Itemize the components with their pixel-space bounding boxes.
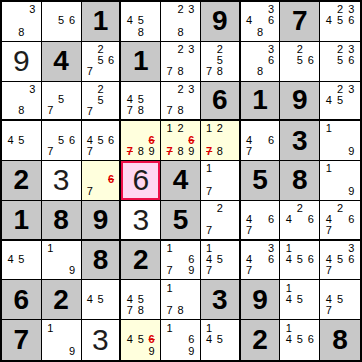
cell-r9c9[interactable]: 8 [320, 320, 360, 360]
empty-candidate-slot [214, 186, 225, 197]
candidate-grid: 2356 [320, 42, 360, 81]
empty-candidate-slot [255, 225, 266, 236]
empty-candidate-slot [45, 254, 56, 265]
given-digit: 6 [14, 286, 30, 314]
given-digit: 8 [332, 326, 348, 354]
cell-r5c9[interactable]: 19 [320, 161, 360, 201]
cell-r2c2[interactable]: 4 [42, 42, 82, 82]
candidate-grid: 256 [280, 42, 319, 81]
empty-candidate-slot [334, 282, 345, 293]
candidate-grid: 145 [201, 320, 239, 360]
candidate-grid: 38 [2, 82, 41, 120]
empty-candidate-slot [85, 123, 96, 134]
candidate-digit: 6 [67, 135, 78, 146]
candidate-digit: 3 [27, 84, 38, 95]
empty-candidate-slot [255, 265, 266, 276]
candidate-digit: 4 [283, 334, 294, 346]
solved-digit: 3 [53, 165, 70, 195]
solved-digit: 9 [13, 46, 30, 76]
empty-candidate-slot [214, 322, 225, 334]
empty-candidate-slot [255, 15, 266, 26]
candidate-digit: 7 [164, 265, 175, 276]
candidate-grid: 246 [280, 201, 319, 239]
empty-candidate-slot [164, 334, 175, 346]
candidate-digit: 8 [16, 105, 27, 116]
empty-candidate-slot [45, 27, 56, 38]
cell-r4c7[interactable]: 467 [241, 121, 281, 161]
empty-candidate-slot [283, 345, 294, 357]
empty-candidate-slot [255, 4, 266, 15]
candidate-digit: 5 [56, 94, 67, 105]
candidate-digit: 5 [334, 294, 345, 305]
empty-candidate-slot [346, 282, 357, 293]
candidate-digit: 2 [175, 44, 186, 55]
empty-candidate-slot [334, 123, 345, 134]
cell-r9c5[interactable]: 169 [161, 320, 201, 360]
candidate-digit: 6 [266, 254, 277, 265]
candidate-digit: 9 [67, 265, 78, 276]
cell-r3c9[interactable]: 2345 [320, 82, 360, 122]
empty-candidate-slot [135, 345, 146, 357]
cell-r6c4[interactable]: 3 [121, 201, 161, 241]
empty-candidate-slot [334, 186, 345, 197]
cell-r4c5[interactable]: 126789 [161, 121, 201, 161]
cell-r1c7[interactable]: 3468 [241, 2, 281, 42]
candidate-digit: 4 [244, 214, 255, 225]
empty-candidate-slot [334, 174, 345, 185]
empty-candidate-slot [186, 66, 197, 77]
candidate-digit: 4 [323, 15, 334, 26]
candidate-digit: 5 [95, 135, 106, 146]
candidate-digit: 2 [334, 84, 345, 95]
candidate-digit: 7 [244, 265, 255, 276]
candidate-digit: 5 [334, 15, 345, 26]
cell-r2c8[interactable]: 256 [280, 42, 320, 82]
empty-candidate-slot [95, 106, 106, 117]
given-digit: 8 [53, 206, 69, 234]
candidate-digit: 5 [294, 334, 305, 346]
candidate-digit: 3 [346, 84, 357, 95]
given-digit: 4 [173, 166, 189, 194]
empty-candidate-slot [67, 123, 78, 134]
eliminated-candidate-digit: 6 [146, 334, 157, 346]
candidate-digit: 9 [186, 345, 197, 357]
empty-candidate-slot [346, 95, 357, 106]
empty-candidate-slot [106, 66, 117, 77]
candidate-digit: 5 [95, 294, 106, 305]
candidate-digit: 8 [255, 27, 266, 38]
given-digit: 2 [252, 326, 268, 354]
cell-r2c3[interactable]: 2567 [82, 42, 122, 82]
cell-r4c1[interactable]: 45 [2, 121, 42, 161]
cell-r1c9[interactable]: 23456 [320, 2, 360, 42]
cell-r6c2[interactable]: 8 [42, 201, 82, 241]
candidate-digit: 5 [135, 15, 146, 26]
empty-candidate-slot [255, 123, 266, 134]
candidate-digit: 7 [45, 105, 56, 116]
empty-candidate-slot [67, 105, 78, 116]
candidate-digit: 1 [45, 322, 56, 334]
cell-r5c8[interactable]: 8 [280, 161, 320, 201]
candidate-digit: 8 [175, 105, 186, 116]
empty-candidate-slot [294, 322, 305, 334]
empty-candidate-slot [106, 305, 117, 316]
cell-r7c1[interactable]: 45 [2, 241, 42, 281]
cell-r8c3[interactable]: 45 [82, 280, 122, 320]
cell-r3c5[interactable]: 2378 [161, 82, 201, 122]
cell-r4c3[interactable]: 4567 [82, 121, 122, 161]
empty-candidate-slot [334, 265, 345, 276]
empty-candidate-slot [323, 84, 334, 95]
empty-candidate-slot [27, 265, 38, 276]
empty-candidate-slot [27, 105, 38, 116]
candidate-digit: 5 [294, 254, 305, 265]
cell-r6c3[interactable]: 9 [82, 201, 122, 241]
candidate-digit: 8 [135, 105, 146, 116]
empty-candidate-slot [146, 105, 157, 116]
empty-candidate-slot [283, 44, 294, 55]
candidate-grid: 19 [42, 320, 81, 360]
candidate-grid: 6789 [121, 121, 160, 160]
cell-r3c1[interactable]: 38 [2, 82, 42, 122]
candidate-digit: 9 [67, 345, 78, 357]
candidate-digit: 5 [56, 135, 67, 146]
cell-r1c2[interactable]: 56 [42, 2, 82, 42]
candidate-grid: 567 [42, 121, 81, 160]
empty-candidate-slot [305, 282, 316, 293]
empty-candidate-slot [106, 146, 117, 157]
cell-r3c6[interactable]: 6 [201, 82, 241, 122]
empty-candidate-slot [225, 345, 236, 357]
cell-r3c4[interactable]: 4578 [121, 82, 161, 122]
empty-candidate-slot [27, 15, 38, 26]
empty-candidate-slot [323, 282, 334, 293]
cell-r4c4[interactable]: 6789 [121, 121, 161, 161]
given-digit: 1 [14, 206, 30, 234]
candidate-digit: 1 [45, 243, 56, 254]
empty-candidate-slot [175, 322, 186, 334]
empty-candidate-slot [244, 123, 255, 134]
candidate-grid: 467 [241, 201, 280, 239]
candidate-digit: 6 [106, 135, 117, 146]
cell-r6c8[interactable]: 246 [280, 201, 320, 241]
empty-candidate-slot [146, 282, 157, 293]
cell-r3c8[interactable]: 9 [280, 82, 320, 122]
candidate-grid: 457 [320, 280, 360, 319]
cell-r6c7[interactable]: 467 [241, 201, 281, 241]
candidate-digit: 1 [204, 123, 215, 134]
cell-r9c8[interactable]: 1456 [280, 320, 320, 360]
empty-candidate-slot [225, 186, 236, 197]
candidate-digit: 5 [334, 55, 345, 66]
empty-candidate-slot [294, 265, 305, 276]
cell-r2c1[interactable]: 9 [2, 42, 42, 82]
given-digit: 1 [93, 7, 109, 35]
cell-r8c6[interactable]: 3 [201, 280, 241, 320]
cell-r5c7[interactable]: 5 [241, 161, 281, 201]
candidate-digit: 2 [294, 203, 305, 214]
cell-r1c4[interactable]: 458 [121, 2, 161, 42]
candidate-digit: 9 [346, 186, 357, 197]
candidate-digit: 7 [323, 305, 334, 316]
empty-candidate-slot [186, 282, 197, 293]
empty-candidate-slot [323, 55, 334, 66]
candidate-digit: 7 [164, 305, 175, 316]
empty-candidate-slot [225, 44, 236, 55]
cell-r7c7[interactable]: 3467 [241, 241, 281, 281]
empty-candidate-slot [244, 55, 255, 66]
empty-candidate-slot [106, 95, 117, 106]
empty-candidate-slot [67, 243, 78, 254]
candidate-grid: 57 [42, 82, 81, 120]
empty-candidate-slot [95, 146, 106, 157]
eliminated-candidate-digit: 7 [124, 146, 135, 157]
empty-candidate-slot [67, 146, 78, 157]
candidate-digit: 8 [255, 66, 266, 77]
cell-r5c3[interactable]: 67 [82, 161, 122, 201]
cell-r3c7[interactable]: 1 [241, 82, 281, 122]
candidate-digit: 7 [85, 106, 96, 117]
candidate-grid: 34567 [320, 241, 360, 280]
empty-candidate-slot [294, 225, 305, 236]
solved-digit: 3 [92, 325, 109, 355]
candidate-digit: 7 [124, 305, 135, 316]
empty-candidate-slot [323, 174, 334, 185]
cell-r7c5[interactable]: 1679 [161, 241, 201, 281]
empty-candidate-slot [85, 95, 96, 106]
empty-candidate-slot [95, 123, 106, 134]
empty-candidate-slot [266, 66, 277, 77]
cell-r9c4[interactable]: 4569 [121, 320, 161, 360]
empty-candidate-slot [186, 105, 197, 116]
candidate-digit: 2 [175, 84, 186, 95]
empty-candidate-slot [186, 305, 197, 316]
empty-candidate-slot [334, 225, 345, 236]
empty-candidate-slot [27, 254, 38, 265]
empty-candidate-slot [323, 66, 334, 77]
empty-candidate-slot [124, 282, 135, 293]
cell-r9c1[interactable]: 7 [2, 320, 42, 360]
empty-candidate-slot [225, 135, 236, 146]
cell-r2c5[interactable]: 2378 [161, 42, 201, 82]
cell-r3c2[interactable]: 57 [42, 82, 82, 122]
given-digit: 7 [14, 326, 30, 354]
cell-r2c9[interactable]: 2356 [320, 42, 360, 82]
empty-candidate-slot [294, 66, 305, 77]
empty-candidate-slot [67, 322, 78, 334]
cell-r7c3[interactable]: 8 [82, 241, 122, 281]
cell-r6c5[interactable]: 5 [161, 201, 201, 241]
empty-candidate-slot [56, 265, 67, 276]
cell-r8c8[interactable]: 145 [280, 280, 320, 320]
cell-r7c8[interactable]: 1456 [280, 241, 320, 281]
candidate-grid: 3468 [241, 2, 280, 41]
empty-candidate-slot [346, 174, 357, 185]
cell-r1c3[interactable]: 1 [82, 2, 122, 42]
empty-candidate-slot [146, 94, 157, 105]
cell-r6c1[interactable]: 1 [2, 201, 42, 241]
empty-candidate-slot [124, 27, 135, 38]
empty-candidate-slot [186, 95, 197, 106]
cell-r9c3[interactable]: 3 [82, 320, 122, 360]
cell-r8c2[interactable]: 2 [42, 280, 82, 320]
candidate-digit: 7 [204, 66, 215, 77]
empty-candidate-slot [334, 106, 345, 117]
candidate-grid: 467 [241, 121, 280, 160]
empty-candidate-slot [27, 27, 38, 38]
candidate-digit: 7 [85, 66, 96, 77]
cell-r8c5[interactable]: 178 [161, 280, 201, 320]
cell-r1c8[interactable]: 7 [280, 2, 320, 42]
empty-candidate-slot [5, 84, 16, 95]
candidate-digit: 6 [266, 15, 277, 26]
empty-candidate-slot [225, 214, 236, 225]
candidate-digit: 1 [204, 322, 215, 334]
candidate-digit: 5 [334, 254, 345, 265]
candidate-digit: 1 [164, 123, 175, 134]
cell-r1c5[interactable]: 238 [161, 2, 201, 42]
candidate-grid: 67 [82, 161, 120, 200]
empty-candidate-slot [334, 214, 345, 225]
cell-r2c7[interactable]: 368 [241, 42, 281, 82]
candidate-grid: 2567 [82, 42, 120, 81]
empty-candidate-slot [305, 322, 316, 334]
candidate-digit: 6 [346, 214, 357, 225]
cell-r5c5[interactable]: 4 [161, 161, 201, 201]
cell-r1c6[interactable]: 9 [201, 2, 241, 42]
cell-r6c9[interactable]: 2467 [320, 201, 360, 241]
empty-candidate-slot [346, 294, 357, 305]
candidate-digit: 5 [95, 95, 106, 106]
empty-candidate-slot [5, 27, 16, 38]
empty-candidate-slot [45, 345, 56, 357]
cell-r8c7[interactable]: 9 [241, 280, 281, 320]
empty-candidate-slot [225, 123, 236, 134]
empty-candidate-slot [45, 123, 56, 134]
cell-r5c1[interactable]: 2 [2, 161, 42, 201]
candidate-digit: 9 [186, 265, 197, 276]
given-digit: 6 [212, 86, 228, 114]
cell-r9c2[interactable]: 19 [42, 320, 82, 360]
empty-candidate-slot [95, 163, 106, 174]
empty-candidate-slot [346, 163, 357, 174]
candidate-digit: 4 [5, 254, 16, 265]
given-digit: 2 [133, 246, 149, 274]
candidate-digit: 6 [305, 55, 316, 66]
given-digit: 4 [53, 47, 69, 75]
candidate-digit: 6 [305, 254, 316, 265]
empty-candidate-slot [95, 305, 106, 316]
cell-r3c3[interactable]: 257 [82, 82, 122, 122]
empty-candidate-slot [346, 66, 357, 77]
candidate-digit: 2 [175, 123, 186, 134]
candidate-grid: 2378 [161, 82, 200, 120]
cell-r8c4[interactable]: 4578 [121, 280, 161, 320]
candidate-digit: 6 [346, 254, 357, 265]
cell-r9c6[interactable]: 145 [201, 320, 241, 360]
empty-candidate-slot [214, 163, 225, 174]
cell-r4c8[interactable]: 3 [280, 121, 320, 161]
empty-candidate-slot [283, 225, 294, 236]
cell-r8c9[interactable]: 457 [320, 280, 360, 320]
cell-r7c6[interactable]: 1457 [201, 241, 241, 281]
empty-candidate-slot [346, 106, 357, 117]
empty-candidate-slot [225, 163, 236, 174]
empty-candidate-slot [135, 282, 146, 293]
given-digit: 3 [292, 127, 308, 155]
candidate-digit: 8 [135, 27, 146, 38]
cell-r4c6[interactable]: 1278 [201, 121, 241, 161]
empty-candidate-slot [323, 186, 334, 197]
candidate-digit: 5 [294, 294, 305, 305]
cell-r8c1[interactable]: 6 [2, 280, 42, 320]
candidate-digit: 5 [214, 254, 225, 265]
empty-candidate-slot [85, 282, 96, 293]
given-digit: 3 [212, 286, 228, 314]
empty-candidate-slot [5, 15, 16, 26]
candidate-digit: 2 [214, 203, 225, 214]
candidate-digit: 6 [346, 15, 357, 26]
empty-candidate-slot [294, 305, 305, 316]
empty-candidate-slot [346, 225, 357, 236]
candidate-grid: 45 [2, 241, 41, 280]
empty-candidate-slot [283, 305, 294, 316]
cell-r5c4[interactable]: 6 [121, 161, 161, 201]
empty-candidate-slot [214, 214, 225, 225]
candidate-grid: 45 [82, 280, 120, 319]
solved-digit: 3 [132, 205, 149, 235]
cell-r7c2[interactable]: 19 [42, 241, 82, 281]
given-digit: 5 [252, 166, 268, 194]
cell-r5c2[interactable]: 3 [42, 161, 82, 201]
candidate-digit: 5 [95, 55, 106, 66]
empty-candidate-slot [5, 95, 16, 106]
cell-r4c2[interactable]: 567 [42, 121, 82, 161]
empty-candidate-slot [135, 322, 146, 334]
cell-r6c6[interactable]: 27 [201, 201, 241, 241]
candidate-digit: 5 [135, 334, 146, 346]
cell-r9c7[interactable]: 2 [241, 320, 281, 360]
candidate-digit: 4 [283, 254, 294, 265]
empty-candidate-slot [56, 334, 67, 346]
candidate-grid: 3467 [241, 241, 280, 280]
candidate-digit: 7 [85, 146, 96, 157]
empty-candidate-slot [255, 203, 266, 214]
empty-candidate-slot [106, 106, 117, 117]
empty-candidate-slot [186, 123, 197, 134]
cell-r2c6[interactable]: 2578 [201, 42, 241, 82]
cell-r7c9[interactable]: 34567 [320, 241, 360, 281]
cell-r7c4[interactable]: 2 [121, 241, 161, 281]
cell-r2c4[interactable]: 1 [121, 42, 161, 82]
candidate-grid: 19 [320, 161, 360, 200]
cell-r4c9[interactable]: 19 [320, 121, 360, 161]
empty-candidate-slot [255, 243, 266, 254]
cell-r1c1[interactable]: 38 [2, 2, 42, 42]
candidate-grid: 38 [2, 2, 41, 41]
empty-candidate-slot [56, 345, 67, 357]
cell-r5c6[interactable]: 17 [201, 161, 241, 201]
empty-candidate-slot [85, 84, 96, 95]
empty-candidate-slot [346, 305, 357, 316]
candidate-digit: 2 [214, 123, 225, 134]
empty-candidate-slot [146, 322, 157, 334]
empty-candidate-slot [225, 203, 236, 214]
candidate-digit: 8 [175, 146, 186, 157]
empty-candidate-slot [305, 225, 316, 236]
given-digit: 2 [53, 286, 69, 314]
empty-candidate-slot [204, 203, 215, 214]
